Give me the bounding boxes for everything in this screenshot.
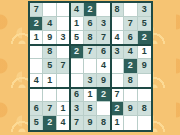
cell-r8c5[interactable]: 5 <box>84 102 97 116</box>
cell-r5c7[interactable] <box>111 59 124 73</box>
cell-r8c8[interactable]: 9 <box>124 102 137 116</box>
cell-r8c7[interactable]: 2 <box>111 102 124 116</box>
cell-r2c1[interactable]: 2 <box>30 17 43 31</box>
cell-r5c8[interactable]: 2 <box>124 59 137 73</box>
cell-r9c6[interactable]: 8 <box>97 116 110 130</box>
cell-r6c9[interactable] <box>138 74 151 88</box>
cell-r7c4[interactable]: 6 <box>70 88 83 102</box>
cell-r1c9[interactable]: 3 <box>138 3 151 17</box>
cell-r2c9[interactable]: 5 <box>138 17 151 31</box>
cell-r9c2[interactable]: 2 <box>43 116 56 130</box>
cell-r7c2[interactable] <box>43 88 56 102</box>
cell-r8c4[interactable]: 3 <box>70 102 83 116</box>
cell-r9c9[interactable] <box>138 116 151 130</box>
cell-r1c1[interactable]: 7 <box>30 3 43 17</box>
cell-r1c6[interactable] <box>97 3 110 17</box>
cell-r1c8[interactable] <box>124 3 137 17</box>
cell-r7c8[interactable] <box>124 88 137 102</box>
cell-r2c4[interactable]: 1 <box>70 17 83 31</box>
cell-r8c2[interactable]: 7 <box>43 102 56 116</box>
block-separator-vertical-1 <box>69 3 71 130</box>
cell-r8c1[interactable]: 6 <box>30 102 43 116</box>
cell-r2c6[interactable]: 3 <box>97 17 110 31</box>
cell-r4c2[interactable]: 8 <box>43 45 56 59</box>
cell-r2c7[interactable] <box>111 17 124 31</box>
cell-r6c6[interactable]: 9 <box>97 74 110 88</box>
cell-r7c1[interactable] <box>30 88 43 102</box>
cell-r6c8[interactable]: 8 <box>124 74 137 88</box>
cell-r9c5[interactable]: 9 <box>84 116 97 130</box>
cell-r5c1[interactable] <box>30 59 43 73</box>
cell-r1c7[interactable]: 8 <box>111 3 124 17</box>
cell-r7c7[interactable]: 7 <box>111 88 124 102</box>
cell-r2c2[interactable]: 4 <box>43 17 56 31</box>
cell-r4c4[interactable]: 2 <box>70 45 83 59</box>
cell-r2c8[interactable]: 7 <box>124 17 137 31</box>
cell-r4c1[interactable] <box>30 45 43 59</box>
block-separator-horizontal-1 <box>30 44 151 46</box>
cell-r9c4[interactable]: 7 <box>70 116 83 130</box>
cell-r4c6[interactable]: 6 <box>97 45 110 59</box>
cell-r8c6[interactable] <box>97 102 110 116</box>
block-separator-horizontal-2 <box>30 87 151 89</box>
cell-r5c4[interactable] <box>70 59 83 73</box>
cell-r4c5[interactable]: 7 <box>84 45 97 59</box>
cell-r4c7[interactable]: 3 <box>111 45 124 59</box>
cell-r5c5[interactable] <box>84 59 97 73</box>
cell-r9c1[interactable]: 5 <box>30 116 43 130</box>
sudoku-board: 7428324163751935874628276341574294139861… <box>28 1 153 132</box>
cell-r5c6[interactable]: 4 <box>97 59 110 73</box>
cell-r7c5[interactable]: 1 <box>84 88 97 102</box>
cell-r1c5[interactable]: 2 <box>84 3 97 17</box>
page-background: 7428324163751935874628276341574294139861… <box>0 0 180 135</box>
cell-r6c7[interactable] <box>111 74 124 88</box>
cell-r5c2[interactable]: 5 <box>43 59 56 73</box>
sudoku-grid: 7428324163751935874628276341574294139861… <box>30 3 151 130</box>
cell-r9c8[interactable] <box>124 116 137 130</box>
cell-r9c7[interactable]: 1 <box>111 116 124 130</box>
cell-r6c5[interactable]: 3 <box>84 74 97 88</box>
cell-r7c9[interactable] <box>138 88 151 102</box>
cell-r6c2[interactable]: 1 <box>43 74 56 88</box>
cell-r1c2[interactable] <box>43 3 56 17</box>
cell-r6c4[interactable] <box>70 74 83 88</box>
cell-r1c4[interactable]: 4 <box>70 3 83 17</box>
cell-r5c9[interactable]: 9 <box>138 59 151 73</box>
cell-r7c6[interactable]: 2 <box>97 88 110 102</box>
cell-r8c9[interactable]: 8 <box>138 102 151 116</box>
cell-r4c9[interactable]: 1 <box>138 45 151 59</box>
block-separator-vertical-2 <box>110 3 112 130</box>
cell-r4c8[interactable]: 4 <box>124 45 137 59</box>
cell-r6c1[interactable]: 4 <box>30 74 43 88</box>
cell-r2c5[interactable]: 6 <box>84 17 97 31</box>
